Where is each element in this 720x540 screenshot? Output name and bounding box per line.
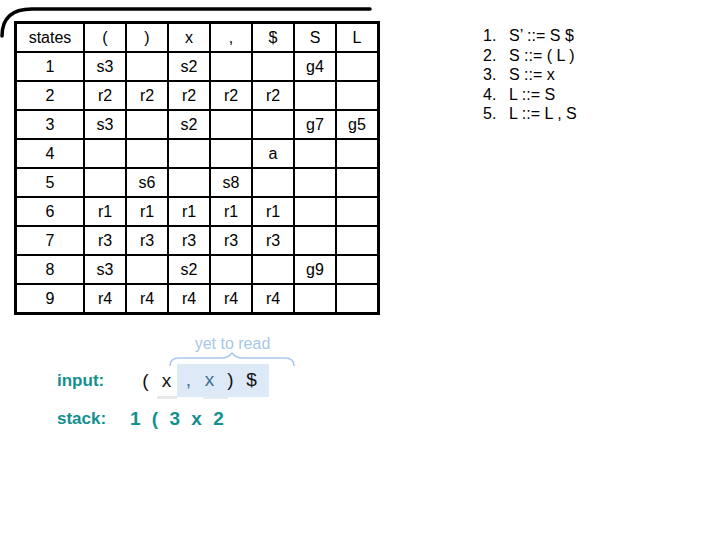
header-cell-lparen: ( (84, 23, 126, 53)
state-cell: 8 (16, 255, 85, 284)
action-cell (252, 168, 294, 197)
goto-cell (336, 52, 379, 81)
action-cell: r4 (126, 284, 168, 314)
input-token: $ (241, 369, 262, 391)
action-cell (210, 52, 252, 81)
action-cell: r2 (210, 81, 252, 110)
grammar-list: 1. S’ ::= S $ 2. S ::= ( L ) 3. S ::= x … (483, 26, 577, 124)
action-cell: s8 (210, 168, 252, 197)
input-row: input: ( x , x ) $ (57, 364, 269, 397)
action-cell (84, 139, 126, 168)
input-token: x (156, 370, 177, 392)
table-row: 8 s3 s2 g9 (16, 255, 379, 284)
action-cell: s6 (126, 168, 168, 197)
grammar-production: L ::= S (509, 85, 555, 105)
grammar-item: 1. S’ ::= S $ (483, 26, 577, 46)
grammar-production: S ::= x (509, 65, 555, 85)
action-cell: r4 (252, 284, 294, 314)
parse-table: states ( ) x , $ S L 1 s3 s2 g4 2 r2 r2 … (14, 21, 380, 315)
action-cell: s2 (168, 255, 210, 284)
grammar-number: 4. (483, 85, 509, 105)
grammar-item: 3. S ::= x (483, 65, 577, 85)
action-cell (210, 255, 252, 284)
action-cell: r3 (210, 226, 252, 255)
action-cell: r1 (210, 197, 252, 226)
goto-cell: g4 (294, 52, 336, 81)
table-row: 1 s3 s2 g4 (16, 52, 379, 81)
goto-cell (294, 81, 336, 110)
goto-cell (294, 284, 336, 314)
action-cell: r1 (126, 197, 168, 226)
input-token: x (199, 369, 220, 391)
state-cell: 6 (16, 197, 85, 226)
goto-cell (336, 197, 379, 226)
table-row: 7 r3 r3 r3 r3 r3 (16, 226, 379, 255)
state-cell: 1 (16, 52, 85, 81)
stack-label: stack: (57, 409, 112, 429)
state-cell: 9 (16, 284, 85, 314)
unread-highlight: , x ) $ (177, 364, 269, 397)
input-tokens: ( x , x ) $ (135, 364, 269, 397)
action-cell: s3 (84, 255, 126, 284)
input-token: ( (135, 370, 156, 392)
header-cell-comma: , (210, 23, 252, 53)
slide: states ( ) x , $ S L 1 s3 s2 g4 2 r2 r2 … (0, 0, 720, 540)
table-row: 6 r1 r1 r1 r1 r1 (16, 197, 379, 226)
header-cell-L: L (336, 23, 379, 53)
goto-cell (336, 255, 379, 284)
action-cell: r3 (168, 226, 210, 255)
yet-to-read-label: yet to read (160, 335, 305, 353)
goto-cell (336, 226, 379, 255)
action-cell: r4 (84, 284, 126, 314)
action-cell: r3 (126, 226, 168, 255)
action-cell (126, 139, 168, 168)
action-cell (126, 52, 168, 81)
action-cell (252, 110, 294, 139)
action-cell (126, 110, 168, 139)
goto-cell (336, 284, 379, 314)
goto-cell: g7 (294, 110, 336, 139)
table-row: 5 s6 s8 (16, 168, 379, 197)
table-header-row: states ( ) x , $ S L (16, 23, 379, 53)
action-cell: s3 (84, 52, 126, 81)
stack-tokens: 1 ( 3 x 2 (130, 408, 227, 430)
input-label: input: (57, 371, 112, 391)
stack-row: stack: 1 ( 3 x 2 (57, 408, 227, 430)
state-cell: 5 (16, 168, 85, 197)
action-cell: s3 (84, 110, 126, 139)
goto-cell (294, 197, 336, 226)
action-cell (126, 255, 168, 284)
input-token: , (178, 369, 199, 391)
action-cell: r4 (168, 284, 210, 314)
action-cell: r1 (84, 197, 126, 226)
faint-underline-mark (157, 396, 177, 399)
header-cell-states: states (16, 23, 85, 53)
action-cell: r2 (168, 81, 210, 110)
grammar-item: 4. L ::= S (483, 85, 577, 105)
action-cell (210, 139, 252, 168)
header-cell-rparen: ) (126, 23, 168, 53)
action-cell: r2 (84, 81, 126, 110)
action-cell: r2 (126, 81, 168, 110)
grammar-number: 3. (483, 65, 509, 85)
goto-cell: g9 (294, 255, 336, 284)
header-cell-S: S (294, 23, 336, 53)
state-cell: 4 (16, 139, 85, 168)
grammar-item: 2. S ::= ( L ) (483, 46, 577, 66)
action-cell: r3 (252, 226, 294, 255)
action-cell (210, 110, 252, 139)
action-cell: s2 (168, 52, 210, 81)
goto-cell (336, 139, 379, 168)
state-cell: 7 (16, 226, 85, 255)
state-cell: 3 (16, 110, 85, 139)
faint-underline-mark (203, 396, 228, 399)
action-cell: r1 (168, 197, 210, 226)
action-cell: r1 (252, 197, 294, 226)
header-cell-dollar: $ (252, 23, 294, 53)
table-row: 9 r4 r4 r4 r4 r4 (16, 284, 379, 314)
action-cell: r2 (252, 81, 294, 110)
action-cell (252, 52, 294, 81)
input-token: ) (220, 369, 241, 391)
action-cell (84, 168, 126, 197)
goto-cell (336, 168, 379, 197)
table-row: 3 s3 s2 g7 g5 (16, 110, 379, 139)
action-cell: s2 (168, 110, 210, 139)
action-cell: r3 (84, 226, 126, 255)
grammar-item: 5. L ::= L , S (483, 104, 577, 124)
grammar-number: 2. (483, 46, 509, 66)
state-cell: 2 (16, 81, 85, 110)
table-row: 2 r2 r2 r2 r2 r2 (16, 81, 379, 110)
action-cell: a (252, 139, 294, 168)
table-row: 4 a (16, 139, 379, 168)
goto-cell: g5 (336, 110, 379, 139)
grammar-production: S ::= ( L ) (509, 46, 575, 66)
grammar-number: 5. (483, 104, 509, 124)
goto-cell (294, 139, 336, 168)
grammar-production: S’ ::= S $ (509, 26, 574, 46)
action-cell (252, 255, 294, 284)
action-cell (168, 139, 210, 168)
grammar-number: 1. (483, 26, 509, 46)
header-cell-x: x (168, 23, 210, 53)
goto-cell (336, 81, 379, 110)
goto-cell (294, 226, 336, 255)
goto-cell (294, 168, 336, 197)
action-cell (168, 168, 210, 197)
action-cell: r4 (210, 284, 252, 314)
grammar-production: L ::= L , S (509, 104, 577, 124)
